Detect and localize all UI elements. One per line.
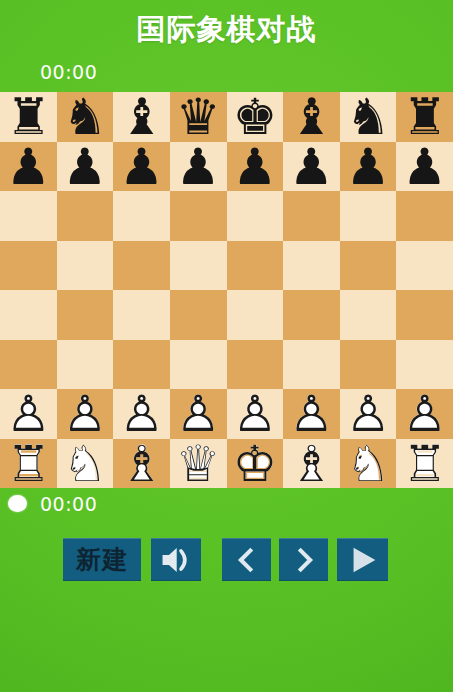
white-pawn: ♟♙ — [170, 389, 227, 439]
square-d5[interactable] — [170, 241, 227, 291]
square-a4[interactable] — [0, 290, 57, 340]
play-icon — [346, 544, 380, 576]
speaker-icon — [159, 544, 193, 576]
black-rook: ♜ — [396, 92, 453, 142]
chess-board: ♜♞♝♛♚♝♞♜♟♟♟♟♟♟♟♟♟♙♟♙♟♙♟♙♟♙♟♙♟♙♟♙♜♖♞♘♝♗♛♕… — [0, 92, 453, 488]
page-title: 国际象棋对战 — [0, 10, 453, 50]
square-b7[interactable]: ♟ — [57, 142, 114, 192]
square-f1[interactable]: ♝♗ — [283, 439, 340, 489]
square-e3[interactable] — [227, 340, 284, 390]
next-move-button[interactable] — [279, 538, 328, 581]
square-d4[interactable] — [170, 290, 227, 340]
square-e6[interactable] — [227, 191, 284, 241]
square-b3[interactable] — [57, 340, 114, 390]
square-h6[interactable] — [396, 191, 453, 241]
square-h7[interactable]: ♟ — [396, 142, 453, 192]
square-b4[interactable] — [57, 290, 114, 340]
square-d2[interactable]: ♟♙ — [170, 389, 227, 439]
black-knight: ♞ — [57, 92, 114, 142]
prev-move-button[interactable] — [222, 538, 271, 581]
black-pawn: ♟ — [283, 142, 340, 192]
white-rook: ♜♖ — [0, 439, 57, 489]
white-pawn: ♟♙ — [57, 389, 114, 439]
square-b8[interactable]: ♞ — [57, 92, 114, 142]
square-g6[interactable] — [340, 191, 397, 241]
black-pawn: ♟ — [340, 142, 397, 192]
square-g7[interactable]: ♟ — [340, 142, 397, 192]
white-bishop: ♝♗ — [113, 439, 170, 489]
square-e5[interactable] — [227, 241, 284, 291]
square-a3[interactable] — [0, 340, 57, 390]
play-button[interactable] — [337, 538, 388, 581]
square-c8[interactable]: ♝ — [113, 92, 170, 142]
black-pawn: ♟ — [57, 142, 114, 192]
square-c4[interactable] — [113, 290, 170, 340]
square-c2[interactable]: ♟♙ — [113, 389, 170, 439]
square-c3[interactable] — [113, 340, 170, 390]
square-f5[interactable] — [283, 241, 340, 291]
white-queen: ♛♕ — [170, 439, 227, 489]
square-c5[interactable] — [113, 241, 170, 291]
square-a2[interactable]: ♟♙ — [0, 389, 57, 439]
square-b6[interactable] — [57, 191, 114, 241]
square-h2[interactable]: ♟♙ — [396, 389, 453, 439]
square-a6[interactable] — [0, 191, 57, 241]
square-h8[interactable]: ♜ — [396, 92, 453, 142]
square-a8[interactable]: ♜ — [0, 92, 57, 142]
black-pawn: ♟ — [113, 142, 170, 192]
square-b5[interactable] — [57, 241, 114, 291]
square-g4[interactable] — [340, 290, 397, 340]
square-h1[interactable]: ♜♖ — [396, 439, 453, 489]
square-f8[interactable]: ♝ — [283, 92, 340, 142]
square-g2[interactable]: ♟♙ — [340, 389, 397, 439]
square-d7[interactable]: ♟ — [170, 142, 227, 192]
square-g5[interactable] — [340, 241, 397, 291]
square-c7[interactable]: ♟ — [113, 142, 170, 192]
white-clock: 00:00 — [40, 493, 97, 515]
white-knight: ♞♘ — [57, 439, 114, 489]
square-e1[interactable]: ♚♔ — [227, 439, 284, 489]
black-pawn: ♟ — [0, 142, 57, 192]
white-pawn: ♟♙ — [396, 389, 453, 439]
square-e8[interactable]: ♚ — [227, 92, 284, 142]
black-rook: ♜ — [0, 92, 57, 142]
square-c6[interactable] — [113, 191, 170, 241]
square-d3[interactable] — [170, 340, 227, 390]
new-game-button[interactable]: 新建 — [63, 538, 141, 581]
square-a1[interactable]: ♜♖ — [0, 439, 57, 489]
square-h3[interactable] — [396, 340, 453, 390]
white-pawn: ♟♙ — [113, 389, 170, 439]
square-h5[interactable] — [396, 241, 453, 291]
square-e7[interactable]: ♟ — [227, 142, 284, 192]
square-b1[interactable]: ♞♘ — [57, 439, 114, 489]
white-rook: ♜♖ — [396, 439, 453, 489]
square-b2[interactable]: ♟♙ — [57, 389, 114, 439]
white-pawn: ♟♙ — [283, 389, 340, 439]
square-f3[interactable] — [283, 340, 340, 390]
sound-button[interactable] — [151, 538, 201, 581]
black-king: ♚ — [227, 92, 284, 142]
square-a5[interactable] — [0, 241, 57, 291]
black-queen: ♛ — [170, 92, 227, 142]
square-f7[interactable]: ♟ — [283, 142, 340, 192]
square-f6[interactable] — [283, 191, 340, 241]
black-pawn: ♟ — [227, 142, 284, 192]
square-e2[interactable]: ♟♙ — [227, 389, 284, 439]
title-bar: 国际象棋对战 — [0, 10, 453, 50]
square-g1[interactable]: ♞♘ — [340, 439, 397, 489]
chess-app: 国际象棋对战 00:00 ♜♞♝♛♚♝♞♜♟♟♟♟♟♟♟♟♟♙♟♙♟♙♟♙♟♙♟… — [0, 0, 453, 692]
chevron-left-icon — [232, 544, 262, 576]
controls-bar: 新建 — [0, 538, 453, 581]
white-pawn: ♟♙ — [227, 389, 284, 439]
black-bishop: ♝ — [113, 92, 170, 142]
white-pawn: ♟♙ — [340, 389, 397, 439]
black-clock: 00:00 — [40, 61, 97, 83]
white-king: ♚♔ — [227, 439, 284, 489]
square-g8[interactable]: ♞ — [340, 92, 397, 142]
white-knight: ♞♘ — [340, 439, 397, 489]
square-d8[interactable]: ♛ — [170, 92, 227, 142]
square-f4[interactable] — [283, 290, 340, 340]
square-h4[interactable] — [396, 290, 453, 340]
white-bishop: ♝♗ — [283, 439, 340, 489]
black-pawn: ♟ — [396, 142, 453, 192]
square-f2[interactable]: ♟♙ — [283, 389, 340, 439]
chevron-right-icon — [289, 544, 319, 576]
square-e4[interactable] — [227, 290, 284, 340]
turn-indicator-dot — [8, 495, 27, 512]
white-pawn: ♟♙ — [0, 389, 57, 439]
square-a7[interactable]: ♟ — [0, 142, 57, 192]
square-c1[interactable]: ♝♗ — [113, 439, 170, 489]
square-d1[interactable]: ♛♕ — [170, 439, 227, 489]
black-knight: ♞ — [340, 92, 397, 142]
black-bishop: ♝ — [283, 92, 340, 142]
square-g3[interactable] — [340, 340, 397, 390]
black-pawn: ♟ — [170, 142, 227, 192]
square-d6[interactable] — [170, 191, 227, 241]
